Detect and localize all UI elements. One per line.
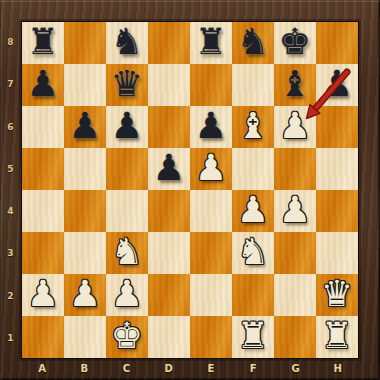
black-pawn[interactable]: ♟ bbox=[27, 66, 59, 102]
black-pawn[interactable]: ♟ bbox=[321, 66, 353, 102]
square-d6[interactable] bbox=[148, 106, 190, 148]
square-b4[interactable] bbox=[64, 190, 106, 232]
file-label-f: F bbox=[232, 359, 274, 380]
white-knight[interactable]: ♞ bbox=[111, 234, 143, 270]
square-h3[interactable] bbox=[316, 232, 358, 274]
black-pawn[interactable]: ♟ bbox=[111, 108, 143, 144]
square-c3[interactable]: ♞ bbox=[106, 232, 148, 274]
black-pawn[interactable]: ♟ bbox=[153, 150, 185, 186]
file-label-e: E bbox=[190, 359, 232, 380]
square-g2[interactable] bbox=[274, 274, 316, 316]
chess-board-frame: ♜♞♜♞♚♟♛♝♟♟♟♟♝♟♟♟♟♟♞♞♟♟♟♛♚♜♜ 87654321ABCD… bbox=[0, 0, 380, 380]
square-b5[interactable] bbox=[64, 148, 106, 190]
square-a8[interactable]: ♜ bbox=[22, 22, 64, 64]
square-e6[interactable]: ♟ bbox=[190, 106, 232, 148]
square-a4[interactable] bbox=[22, 190, 64, 232]
square-f4[interactable]: ♟ bbox=[232, 190, 274, 232]
black-queen[interactable]: ♛ bbox=[111, 66, 143, 102]
square-h4[interactable] bbox=[316, 190, 358, 232]
square-c1[interactable]: ♚ bbox=[106, 316, 148, 358]
file-label-c: C bbox=[106, 359, 148, 380]
square-g1[interactable] bbox=[274, 316, 316, 358]
white-pawn[interactable]: ♟ bbox=[111, 276, 143, 312]
square-f7[interactable] bbox=[232, 64, 274, 106]
square-b1[interactable] bbox=[64, 316, 106, 358]
square-e1[interactable] bbox=[190, 316, 232, 358]
rank-label-3: 3 bbox=[0, 232, 21, 274]
square-h7[interactable]: ♟ bbox=[316, 64, 358, 106]
file-label-a: A bbox=[21, 359, 63, 380]
square-h5[interactable] bbox=[316, 148, 358, 190]
white-pawn[interactable]: ♟ bbox=[279, 192, 311, 228]
rank-label-8: 8 bbox=[0, 21, 21, 63]
rank-label-2: 2 bbox=[0, 275, 21, 317]
white-pawn[interactable]: ♟ bbox=[69, 276, 101, 312]
black-king[interactable]: ♚ bbox=[279, 24, 311, 60]
square-h1[interactable]: ♜ bbox=[316, 316, 358, 358]
square-a5[interactable] bbox=[22, 148, 64, 190]
square-f8[interactable]: ♞ bbox=[232, 22, 274, 64]
file-label-b: B bbox=[63, 359, 105, 380]
square-d7[interactable] bbox=[148, 64, 190, 106]
square-c2[interactable]: ♟ bbox=[106, 274, 148, 316]
square-e2[interactable] bbox=[190, 274, 232, 316]
square-h8[interactable] bbox=[316, 22, 358, 64]
square-a2[interactable]: ♟ bbox=[22, 274, 64, 316]
white-bishop[interactable]: ♝ bbox=[237, 108, 269, 144]
white-pawn[interactable]: ♟ bbox=[195, 150, 227, 186]
square-b2[interactable]: ♟ bbox=[64, 274, 106, 316]
white-queen[interactable]: ♛ bbox=[321, 276, 353, 312]
black-bishop[interactable]: ♝ bbox=[279, 66, 311, 102]
white-rook[interactable]: ♜ bbox=[237, 318, 269, 354]
square-a6[interactable] bbox=[22, 106, 64, 148]
square-d1[interactable] bbox=[148, 316, 190, 358]
white-rook[interactable]: ♜ bbox=[321, 318, 353, 354]
square-h2[interactable]: ♛ bbox=[316, 274, 358, 316]
square-f3[interactable]: ♞ bbox=[232, 232, 274, 274]
black-rook[interactable]: ♜ bbox=[27, 24, 59, 60]
square-f6[interactable]: ♝ bbox=[232, 106, 274, 148]
black-pawn[interactable]: ♟ bbox=[69, 108, 101, 144]
square-c4[interactable] bbox=[106, 190, 148, 232]
square-b3[interactable] bbox=[64, 232, 106, 274]
white-pawn[interactable]: ♟ bbox=[279, 108, 311, 144]
white-pawn[interactable]: ♟ bbox=[27, 276, 59, 312]
rank-label-6: 6 bbox=[0, 106, 21, 148]
rank-label-7: 7 bbox=[0, 63, 21, 105]
file-label-d: D bbox=[148, 359, 190, 380]
black-knight[interactable]: ♞ bbox=[111, 24, 143, 60]
square-f5[interactable] bbox=[232, 148, 274, 190]
square-h6[interactable] bbox=[316, 106, 358, 148]
square-g8[interactable]: ♚ bbox=[274, 22, 316, 64]
square-d2[interactable] bbox=[148, 274, 190, 316]
file-label-h: H bbox=[317, 359, 359, 380]
square-e3[interactable] bbox=[190, 232, 232, 274]
file-label-g: G bbox=[275, 359, 317, 380]
square-g5[interactable] bbox=[274, 148, 316, 190]
square-d3[interactable] bbox=[148, 232, 190, 274]
chess-board: ♜♞♜♞♚♟♛♝♟♟♟♟♝♟♟♟♟♟♞♞♟♟♟♛♚♜♜ bbox=[21, 21, 359, 359]
black-rook[interactable]: ♜ bbox=[195, 24, 227, 60]
square-d5[interactable]: ♟ bbox=[148, 148, 190, 190]
square-e7[interactable] bbox=[190, 64, 232, 106]
square-c6[interactable]: ♟ bbox=[106, 106, 148, 148]
square-a1[interactable] bbox=[22, 316, 64, 358]
square-a3[interactable] bbox=[22, 232, 64, 274]
square-g3[interactable] bbox=[274, 232, 316, 274]
square-f2[interactable] bbox=[232, 274, 274, 316]
square-d8[interactable] bbox=[148, 22, 190, 64]
square-g4[interactable]: ♟ bbox=[274, 190, 316, 232]
rank-label-1: 1 bbox=[0, 317, 21, 359]
square-b6[interactable]: ♟ bbox=[64, 106, 106, 148]
square-g7[interactable]: ♝ bbox=[274, 64, 316, 106]
square-e8[interactable]: ♜ bbox=[190, 22, 232, 64]
square-b7[interactable] bbox=[64, 64, 106, 106]
square-c8[interactable]: ♞ bbox=[106, 22, 148, 64]
black-pawn[interactable]: ♟ bbox=[195, 108, 227, 144]
square-d4[interactable] bbox=[148, 190, 190, 232]
black-knight[interactable]: ♞ bbox=[237, 24, 269, 60]
white-king[interactable]: ♚ bbox=[111, 318, 143, 354]
white-pawn[interactable]: ♟ bbox=[237, 192, 269, 228]
square-g6[interactable]: ♟ bbox=[274, 106, 316, 148]
white-knight[interactable]: ♞ bbox=[237, 234, 269, 270]
square-f1[interactable]: ♜ bbox=[232, 316, 274, 358]
square-e4[interactable] bbox=[190, 190, 232, 232]
square-c5[interactable] bbox=[106, 148, 148, 190]
square-c7[interactable]: ♛ bbox=[106, 64, 148, 106]
rank-label-5: 5 bbox=[0, 148, 21, 190]
rank-label-4: 4 bbox=[0, 190, 21, 232]
square-e5[interactable]: ♟ bbox=[190, 148, 232, 190]
square-a7[interactable]: ♟ bbox=[22, 64, 64, 106]
square-b8[interactable] bbox=[64, 22, 106, 64]
